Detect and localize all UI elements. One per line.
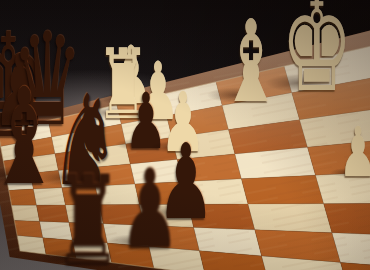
white-pawn-h4-glyph: ♟ <box>339 118 370 187</box>
black-pawn-d1-glyph: ♟ <box>119 155 180 264</box>
white-king-glyph: ♚ <box>281 0 353 110</box>
chess-photo-stage: ♚♟♛♜♟♟♝♚♟♟♝♞♟♟♜♟ <box>0 0 370 270</box>
white-king[interactable]: ♚ <box>317 0 370 110</box>
white-pawn-h4[interactable]: ♟ <box>358 118 370 187</box>
black-pawn-d1[interactable]: ♟ <box>150 155 248 264</box>
black-rook-glyph: ♜ <box>54 160 122 270</box>
pieces-layer: ♚♟♛♜♟♟♝♚♟♟♝♞♟♟♜♟ <box>0 0 370 270</box>
